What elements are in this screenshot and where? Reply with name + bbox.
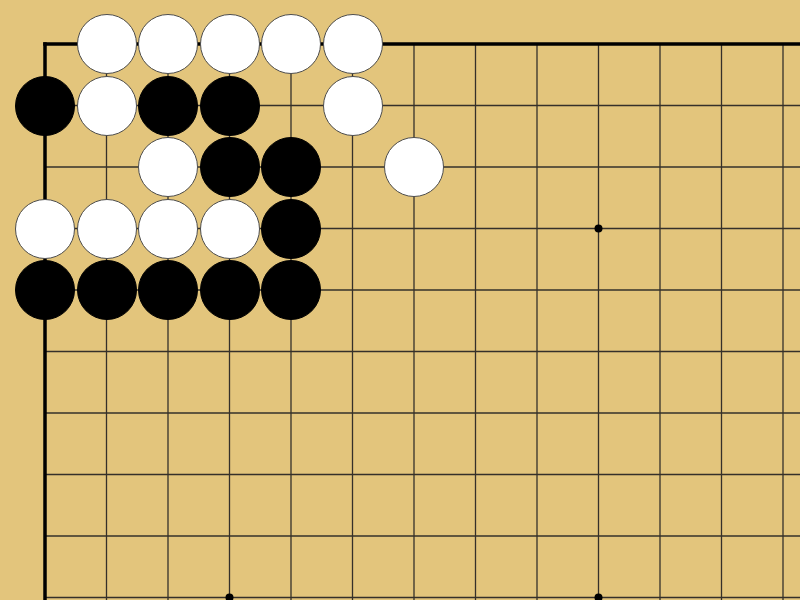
white-stone[interactable] [138, 199, 198, 259]
white-stone[interactable] [323, 76, 383, 136]
white-stone[interactable] [261, 14, 321, 74]
black-stone[interactable] [15, 76, 75, 136]
black-stone[interactable] [15, 260, 75, 320]
black-stone[interactable] [261, 260, 321, 320]
white-stone[interactable] [77, 14, 137, 74]
black-stone[interactable] [138, 260, 198, 320]
white-stone[interactable] [323, 14, 383, 74]
black-stone[interactable] [261, 137, 321, 197]
black-stone[interactable] [200, 76, 260, 136]
white-stone[interactable] [384, 137, 444, 197]
black-stone[interactable] [261, 199, 321, 259]
black-stone[interactable] [200, 260, 260, 320]
white-stone[interactable] [138, 137, 198, 197]
white-stone[interactable] [77, 76, 137, 136]
black-stone[interactable] [138, 76, 198, 136]
white-stone[interactable] [15, 199, 75, 259]
black-stone[interactable] [200, 137, 260, 197]
black-stone[interactable] [77, 260, 137, 320]
go-board[interactable] [0, 0, 800, 600]
stones-layer [14, 13, 800, 600]
white-stone[interactable] [200, 14, 260, 74]
white-stone[interactable] [138, 14, 198, 74]
white-stone[interactable] [77, 199, 137, 259]
white-stone[interactable] [200, 199, 260, 259]
